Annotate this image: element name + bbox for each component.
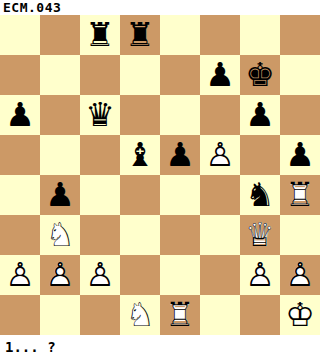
- square-d7[interactable]: [120, 55, 160, 95]
- square-b8[interactable]: [40, 15, 80, 55]
- square-g3[interactable]: ♛♕: [240, 215, 280, 255]
- piece-black-rook: ♜: [120, 15, 160, 55]
- square-h3[interactable]: [280, 215, 320, 255]
- square-a7[interactable]: [0, 55, 40, 95]
- square-f3[interactable]: [200, 215, 240, 255]
- piece-black-rook: ♜: [80, 15, 120, 55]
- square-e4[interactable]: [160, 175, 200, 215]
- square-f8[interactable]: [200, 15, 240, 55]
- square-f1[interactable]: [200, 295, 240, 335]
- square-g7[interactable]: ♚: [240, 55, 280, 95]
- piece-white-knight: ♞♘: [120, 295, 160, 335]
- square-b7[interactable]: [40, 55, 80, 95]
- piece-black-pawn: ♟: [0, 95, 40, 135]
- square-c4[interactable]: [80, 175, 120, 215]
- square-d3[interactable]: [120, 215, 160, 255]
- puzzle-id: ECM.043: [3, 0, 61, 15]
- square-b1[interactable]: [40, 295, 80, 335]
- square-c1[interactable]: [80, 295, 120, 335]
- square-g5[interactable]: [240, 135, 280, 175]
- square-b2[interactable]: ♟♙: [40, 255, 80, 295]
- square-f7[interactable]: ♟: [200, 55, 240, 95]
- square-g8[interactable]: [240, 15, 280, 55]
- square-e7[interactable]: [160, 55, 200, 95]
- square-c6[interactable]: ♛: [80, 95, 120, 135]
- square-f2[interactable]: [200, 255, 240, 295]
- square-e8[interactable]: [160, 15, 200, 55]
- square-a8[interactable]: [0, 15, 40, 55]
- piece-black-queen: ♛: [80, 95, 120, 135]
- piece-black-knight: ♞: [240, 175, 280, 215]
- square-h5[interactable]: ♟: [280, 135, 320, 175]
- square-d4[interactable]: [120, 175, 160, 215]
- square-f5[interactable]: ♟♙: [200, 135, 240, 175]
- piece-black-pawn: ♟: [280, 135, 320, 175]
- square-h6[interactable]: [280, 95, 320, 135]
- square-d8[interactable]: ♜: [120, 15, 160, 55]
- piece-white-rook: ♜♖: [280, 175, 320, 215]
- square-e3[interactable]: [160, 215, 200, 255]
- square-e2[interactable]: [160, 255, 200, 295]
- square-c5[interactable]: [80, 135, 120, 175]
- piece-black-bishop: ♝: [120, 135, 160, 175]
- square-h4[interactable]: ♜♖: [280, 175, 320, 215]
- square-e6[interactable]: [160, 95, 200, 135]
- square-f6[interactable]: [200, 95, 240, 135]
- square-c8[interactable]: ♜: [80, 15, 120, 55]
- piece-white-queen: ♛♕: [240, 215, 280, 255]
- square-c7[interactable]: [80, 55, 120, 95]
- move-prompt: 1... ?: [5, 337, 56, 357]
- square-h7[interactable]: [280, 55, 320, 95]
- square-g1[interactable]: [240, 295, 280, 335]
- square-a6[interactable]: ♟: [0, 95, 40, 135]
- square-a5[interactable]: [0, 135, 40, 175]
- square-a3[interactable]: [0, 215, 40, 255]
- square-d2[interactable]: [120, 255, 160, 295]
- square-b3[interactable]: ♞♘: [40, 215, 80, 255]
- piece-white-pawn: ♟♙: [40, 255, 80, 295]
- piece-white-knight: ♞♘: [40, 215, 80, 255]
- piece-white-king: ♚♔: [280, 295, 320, 335]
- piece-black-pawn: ♟: [160, 135, 200, 175]
- square-e1[interactable]: ♜♖: [160, 295, 200, 335]
- square-a1[interactable]: [0, 295, 40, 335]
- square-d5[interactable]: ♝: [120, 135, 160, 175]
- square-b6[interactable]: [40, 95, 80, 135]
- square-a2[interactable]: ♟♙: [0, 255, 40, 295]
- square-h8[interactable]: [280, 15, 320, 55]
- square-b4[interactable]: ♟: [40, 175, 80, 215]
- square-c2[interactable]: ♟♙: [80, 255, 120, 295]
- piece-white-pawn: ♟♙: [200, 135, 240, 175]
- square-h1[interactable]: ♚♔: [280, 295, 320, 335]
- piece-white-pawn: ♟♙: [240, 255, 280, 295]
- piece-white-pawn: ♟♙: [280, 255, 320, 295]
- square-d1[interactable]: ♞♘: [120, 295, 160, 335]
- piece-black-king: ♚: [240, 55, 280, 95]
- piece-white-rook: ♜♖: [160, 295, 200, 335]
- square-c3[interactable]: [80, 215, 120, 255]
- square-f4[interactable]: [200, 175, 240, 215]
- piece-black-pawn: ♟: [40, 175, 80, 215]
- square-g6[interactable]: ♟: [240, 95, 280, 135]
- piece-white-pawn: ♟♙: [80, 255, 120, 295]
- piece-black-pawn: ♟: [240, 95, 280, 135]
- square-g4[interactable]: ♞: [240, 175, 280, 215]
- square-e5[interactable]: ♟: [160, 135, 200, 175]
- square-h2[interactable]: ♟♙: [280, 255, 320, 295]
- piece-black-pawn: ♟: [200, 55, 240, 95]
- square-d6[interactable]: [120, 95, 160, 135]
- square-g2[interactable]: ♟♙: [240, 255, 280, 295]
- chess-board: ♜♜♟♚♟♛♟♝♟♟♙♟♟♞♜♖♞♘♛♕♟♙♟♙♟♙♟♙♟♙♞♘♜♖♚♔: [0, 15, 320, 335]
- piece-white-pawn: ♟♙: [0, 255, 40, 295]
- square-b5[interactable]: [40, 135, 80, 175]
- square-a4[interactable]: [0, 175, 40, 215]
